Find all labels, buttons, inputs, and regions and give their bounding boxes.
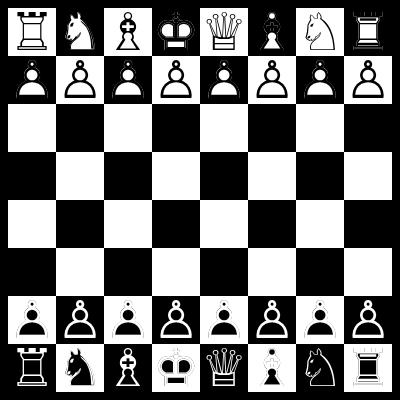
piece-outline-layer: ♔	[152, 8, 200, 56]
piece-fill-layer: ♟	[8, 296, 56, 344]
square-f8[interactable]: ♝♗	[104, 344, 152, 392]
black-king-icon: ♚♔	[152, 344, 200, 392]
square-c3[interactable]	[248, 104, 296, 152]
piece-fill-layer: ♟	[152, 296, 200, 344]
piece-outline-layer: ♙	[56, 56, 104, 104]
piece-outline-layer: ♗	[104, 8, 152, 56]
square-b8[interactable]: ♞♘	[296, 344, 344, 392]
square-f1[interactable]: ♝♗	[104, 8, 152, 56]
piece-fill-layer: ♟	[344, 56, 392, 104]
piece-outline-layer: ♙	[104, 56, 152, 104]
piece-fill-layer: ♟	[104, 56, 152, 104]
chessboard-frame: ♜♖♞♘♝♗♚♔♛♕♝♗♞♘♜♖♟♙♟♙♟♙♟♙♟♙♟♙♟♙♟♙♟♙♟♙♟♙♟♙…	[0, 0, 400, 400]
square-e5[interactable]	[152, 200, 200, 248]
piece-fill-layer: ♟	[200, 56, 248, 104]
piece-outline-layer: ♙	[248, 296, 296, 344]
piece-fill-layer: ♟	[344, 296, 392, 344]
white-pawn-icon: ♟♙	[248, 56, 296, 104]
square-d3[interactable]	[200, 104, 248, 152]
piece-fill-layer: ♛	[200, 8, 248, 56]
black-bishop-icon: ♝♗	[104, 344, 152, 392]
square-g1[interactable]: ♞♘	[56, 8, 104, 56]
white-pawn-icon: ♟♙	[296, 56, 344, 104]
piece-fill-layer: ♜	[344, 8, 392, 56]
square-e7[interactable]: ♟♙	[152, 296, 200, 344]
black-pawn-icon: ♟♙	[56, 296, 104, 344]
piece-fill-layer: ♞	[296, 8, 344, 56]
piece-outline-layer: ♘	[56, 344, 104, 392]
square-e4[interactable]	[152, 152, 200, 200]
square-c6[interactable]	[248, 248, 296, 296]
piece-fill-layer: ♝	[104, 8, 152, 56]
square-h4[interactable]	[8, 152, 56, 200]
square-h1[interactable]: ♜♖	[8, 8, 56, 56]
white-rook-icon: ♜♖	[344, 8, 392, 56]
black-bishop-icon: ♝♗	[248, 344, 296, 392]
white-pawn-icon: ♟♙	[200, 56, 248, 104]
piece-outline-layer: ♙	[248, 56, 296, 104]
piece-outline-layer: ♙	[344, 56, 392, 104]
piece-outline-layer: ♙	[296, 56, 344, 104]
piece-fill-layer: ♚	[152, 344, 200, 392]
square-b4[interactable]	[296, 152, 344, 200]
piece-fill-layer: ♜	[8, 8, 56, 56]
square-a4[interactable]	[344, 152, 392, 200]
piece-outline-layer: ♕	[200, 344, 248, 392]
white-queen-icon: ♛♕	[200, 8, 248, 56]
square-b7[interactable]: ♟♙	[296, 296, 344, 344]
square-d5[interactable]	[200, 200, 248, 248]
square-d6[interactable]	[200, 248, 248, 296]
piece-outline-layer: ♗	[104, 344, 152, 392]
square-a3[interactable]	[344, 104, 392, 152]
square-b3[interactable]	[296, 104, 344, 152]
square-h3[interactable]	[8, 104, 56, 152]
square-b5[interactable]	[296, 200, 344, 248]
piece-fill-layer: ♟	[248, 296, 296, 344]
piece-fill-layer: ♞	[56, 8, 104, 56]
square-f7[interactable]: ♟♙	[104, 296, 152, 344]
white-pawn-icon: ♟♙	[344, 56, 392, 104]
piece-outline-layer: ♗	[248, 344, 296, 392]
piece-outline-layer: ♙	[8, 296, 56, 344]
square-d1[interactable]: ♛♕	[200, 8, 248, 56]
black-pawn-icon: ♟♙	[8, 296, 56, 344]
piece-outline-layer: ♙	[344, 296, 392, 344]
square-g6[interactable]	[56, 248, 104, 296]
piece-outline-layer: ♖	[8, 344, 56, 392]
white-bishop-icon: ♝♗	[248, 8, 296, 56]
square-g7[interactable]: ♟♙	[56, 296, 104, 344]
piece-fill-layer: ♜	[8, 344, 56, 392]
white-pawn-icon: ♟♙	[8, 56, 56, 104]
chessboard: ♜♖♞♘♝♗♚♔♛♕♝♗♞♘♜♖♟♙♟♙♟♙♟♙♟♙♟♙♟♙♟♙♟♙♟♙♟♙♟♙…	[8, 8, 392, 392]
piece-fill-layer: ♟	[56, 56, 104, 104]
piece-fill-layer: ♟	[296, 56, 344, 104]
square-g2[interactable]: ♟♙	[56, 56, 104, 104]
black-pawn-icon: ♟♙	[152, 296, 200, 344]
square-g8[interactable]: ♞♘	[56, 344, 104, 392]
black-pawn-icon: ♟♙	[104, 296, 152, 344]
piece-outline-layer: ♙	[104, 296, 152, 344]
black-pawn-icon: ♟♙	[296, 296, 344, 344]
square-b2[interactable]: ♟♙	[296, 56, 344, 104]
piece-fill-layer: ♟	[56, 296, 104, 344]
square-a8[interactable]: ♜♖	[344, 344, 392, 392]
white-knight-icon: ♞♘	[56, 8, 104, 56]
square-f3[interactable]	[104, 104, 152, 152]
square-f6[interactable]	[104, 248, 152, 296]
white-bishop-icon: ♝♗	[104, 8, 152, 56]
white-pawn-icon: ♟♙	[104, 56, 152, 104]
piece-fill-layer: ♟	[8, 56, 56, 104]
black-pawn-icon: ♟♙	[344, 296, 392, 344]
square-d7[interactable]: ♟♙	[200, 296, 248, 344]
black-queen-icon: ♛♕	[200, 344, 248, 392]
square-c8[interactable]: ♝♗	[248, 344, 296, 392]
piece-outline-layer: ♘	[56, 8, 104, 56]
piece-outline-layer: ♙	[152, 296, 200, 344]
piece-fill-layer: ♛	[200, 344, 248, 392]
square-b6[interactable]	[296, 248, 344, 296]
black-pawn-icon: ♟♙	[248, 296, 296, 344]
square-e3[interactable]	[152, 104, 200, 152]
white-king-icon: ♚♔	[152, 8, 200, 56]
square-d4[interactable]	[200, 152, 248, 200]
square-h7[interactable]: ♟♙	[8, 296, 56, 344]
white-pawn-icon: ♟♙	[56, 56, 104, 104]
piece-outline-layer: ♔	[152, 344, 200, 392]
square-a5[interactable]	[344, 200, 392, 248]
piece-outline-layer: ♙	[152, 56, 200, 104]
piece-outline-layer: ♖	[344, 8, 392, 56]
square-a1[interactable]: ♜♖	[344, 8, 392, 56]
piece-fill-layer: ♟	[104, 296, 152, 344]
square-e1[interactable]: ♚♔	[152, 8, 200, 56]
piece-outline-layer: ♗	[248, 8, 296, 56]
piece-outline-layer: ♙	[8, 56, 56, 104]
square-c5[interactable]	[248, 200, 296, 248]
piece-fill-layer: ♟	[200, 296, 248, 344]
piece-fill-layer: ♜	[344, 344, 392, 392]
square-h2[interactable]: ♟♙	[8, 56, 56, 104]
piece-outline-layer: ♖	[8, 8, 56, 56]
square-c2[interactable]: ♟♙	[248, 56, 296, 104]
piece-fill-layer: ♚	[152, 8, 200, 56]
black-knight-icon: ♞♘	[296, 344, 344, 392]
piece-fill-layer: ♟	[248, 56, 296, 104]
piece-outline-layer: ♘	[296, 8, 344, 56]
piece-fill-layer: ♝	[248, 344, 296, 392]
piece-outline-layer: ♖	[344, 344, 392, 392]
black-rook-icon: ♜♖	[8, 344, 56, 392]
piece-outline-layer: ♕	[200, 8, 248, 56]
square-c7[interactable]: ♟♙	[248, 296, 296, 344]
square-e2[interactable]: ♟♙	[152, 56, 200, 104]
square-g4[interactable]	[56, 152, 104, 200]
piece-outline-layer: ♙	[296, 296, 344, 344]
black-pawn-icon: ♟♙	[200, 296, 248, 344]
square-c4[interactable]	[248, 152, 296, 200]
square-h5[interactable]	[8, 200, 56, 248]
piece-fill-layer: ♞	[296, 344, 344, 392]
square-h6[interactable]	[8, 248, 56, 296]
square-g5[interactable]	[56, 200, 104, 248]
white-pawn-icon: ♟♙	[152, 56, 200, 104]
square-e8[interactable]: ♚♔	[152, 344, 200, 392]
square-a7[interactable]: ♟♙	[344, 296, 392, 344]
square-f4[interactable]	[104, 152, 152, 200]
square-b1[interactable]: ♞♘	[296, 8, 344, 56]
piece-fill-layer: ♝	[248, 8, 296, 56]
black-rook-icon: ♜♖	[344, 344, 392, 392]
square-f5[interactable]	[104, 200, 152, 248]
square-g3[interactable]	[56, 104, 104, 152]
square-d2[interactable]: ♟♙	[200, 56, 248, 104]
piece-outline-layer: ♘	[296, 344, 344, 392]
piece-outline-layer: ♙	[200, 56, 248, 104]
piece-outline-layer: ♙	[56, 296, 104, 344]
piece-fill-layer: ♟	[152, 56, 200, 104]
white-knight-icon: ♞♘	[296, 8, 344, 56]
white-rook-icon: ♜♖	[8, 8, 56, 56]
square-f2[interactable]: ♟♙	[104, 56, 152, 104]
square-e6[interactable]	[152, 248, 200, 296]
piece-fill-layer: ♝	[104, 344, 152, 392]
square-d8[interactable]: ♛♕	[200, 344, 248, 392]
square-a6[interactable]	[344, 248, 392, 296]
piece-outline-layer: ♙	[200, 296, 248, 344]
piece-fill-layer: ♟	[296, 296, 344, 344]
square-a2[interactable]: ♟♙	[344, 56, 392, 104]
piece-fill-layer: ♞	[56, 344, 104, 392]
square-h8[interactable]: ♜♖	[8, 344, 56, 392]
square-c1[interactable]: ♝♗	[248, 8, 296, 56]
black-knight-icon: ♞♘	[56, 344, 104, 392]
